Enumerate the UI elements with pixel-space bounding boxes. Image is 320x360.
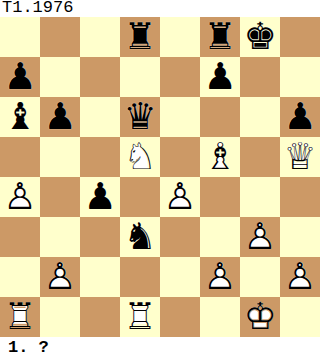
- square-a2[interactable]: [0, 257, 40, 297]
- piece-glyph: ♞: [120, 217, 160, 257]
- piece-black-rook[interactable]: ♜: [200, 17, 240, 57]
- square-e5[interactable]: [160, 137, 200, 177]
- square-a6[interactable]: ♝: [0, 97, 40, 137]
- square-f2[interactable]: ♟♙: [200, 257, 240, 297]
- square-f7[interactable]: ♟: [200, 57, 240, 97]
- piece-glyph: ♟: [0, 57, 40, 97]
- square-e6[interactable]: [160, 97, 200, 137]
- piece-outline: ♘: [120, 137, 160, 177]
- square-e7[interactable]: [160, 57, 200, 97]
- piece-black-pawn[interactable]: ♟: [0, 57, 40, 97]
- piece-black-pawn[interactable]: ♟: [80, 177, 120, 217]
- square-c4[interactable]: ♟: [80, 177, 120, 217]
- piece-black-queen[interactable]: ♛: [120, 97, 160, 137]
- piece-black-pawn[interactable]: ♟: [200, 57, 240, 97]
- square-h2[interactable]: ♟♙: [280, 257, 320, 297]
- square-b5[interactable]: [40, 137, 80, 177]
- square-a7[interactable]: ♟: [0, 57, 40, 97]
- piece-black-king[interactable]: ♚: [240, 17, 280, 57]
- piece-black-pawn[interactable]: ♟: [40, 97, 80, 137]
- square-g1[interactable]: ♚♔: [240, 297, 280, 337]
- square-g5[interactable]: [240, 137, 280, 177]
- square-d1[interactable]: ♜♖: [120, 297, 160, 337]
- square-h3[interactable]: [280, 217, 320, 257]
- square-c8[interactable]: [80, 17, 120, 57]
- square-h6[interactable]: ♟: [280, 97, 320, 137]
- square-c1[interactable]: [80, 297, 120, 337]
- square-h1[interactable]: [280, 297, 320, 337]
- piece-glyph: ♛: [120, 97, 160, 137]
- square-d8[interactable]: ♜: [120, 17, 160, 57]
- piece-glyph: ♟: [280, 97, 320, 137]
- piece-glyph: ♜: [200, 17, 240, 57]
- square-g3[interactable]: ♟♙: [240, 217, 280, 257]
- square-h4[interactable]: [280, 177, 320, 217]
- square-c5[interactable]: [80, 137, 120, 177]
- square-f1[interactable]: [200, 297, 240, 337]
- piece-outline: ♙: [0, 177, 40, 217]
- square-g7[interactable]: [240, 57, 280, 97]
- piece-outline: ♙: [240, 217, 280, 257]
- square-b2[interactable]: ♟♙: [40, 257, 80, 297]
- square-g6[interactable]: [240, 97, 280, 137]
- square-g8[interactable]: ♚: [240, 17, 280, 57]
- square-e4[interactable]: ♟♙: [160, 177, 200, 217]
- square-b1[interactable]: [40, 297, 80, 337]
- move-prompt: 1. ?: [0, 337, 320, 360]
- piece-glyph: ♜: [120, 17, 160, 57]
- piece-outline: ♙: [160, 177, 200, 217]
- piece-black-pawn[interactable]: ♟: [280, 97, 320, 137]
- piece-glyph: ♚: [240, 17, 280, 57]
- piece-black-bishop[interactable]: ♝: [0, 97, 40, 137]
- square-a4[interactable]: ♟♙: [0, 177, 40, 217]
- piece-glyph: ♝: [0, 97, 40, 137]
- piece-black-rook[interactable]: ♜: [120, 17, 160, 57]
- square-e8[interactable]: [160, 17, 200, 57]
- square-b4[interactable]: [40, 177, 80, 217]
- piece-white-pawn[interactable]: ♟♙: [40, 257, 80, 297]
- piece-outline: ♗: [200, 137, 240, 177]
- square-f5[interactable]: ♝♗: [200, 137, 240, 177]
- square-f3[interactable]: [200, 217, 240, 257]
- square-c2[interactable]: [80, 257, 120, 297]
- square-b6[interactable]: ♟: [40, 97, 80, 137]
- square-h5[interactable]: ♛♕: [280, 137, 320, 177]
- piece-white-queen[interactable]: ♛♕: [280, 137, 320, 177]
- square-a8[interactable]: [0, 17, 40, 57]
- square-d7[interactable]: [120, 57, 160, 97]
- piece-black-knight[interactable]: ♞: [120, 217, 160, 257]
- square-e2[interactable]: [160, 257, 200, 297]
- piece-glyph: ♟: [40, 97, 80, 137]
- square-b8[interactable]: [40, 17, 80, 57]
- piece-outline: ♙: [40, 257, 80, 297]
- square-c7[interactable]: [80, 57, 120, 97]
- square-a3[interactable]: [0, 217, 40, 257]
- piece-outline: ♖: [120, 297, 160, 337]
- square-b7[interactable]: [40, 57, 80, 97]
- piece-white-rook[interactable]: ♜♖: [0, 297, 40, 337]
- piece-white-pawn[interactable]: ♟♙: [0, 177, 40, 217]
- piece-glyph: ♟: [80, 177, 120, 217]
- square-e1[interactable]: [160, 297, 200, 337]
- square-d3[interactable]: ♞: [120, 217, 160, 257]
- piece-outline: ♙: [280, 257, 320, 297]
- square-c3[interactable]: [80, 217, 120, 257]
- piece-white-bishop[interactable]: ♝♗: [200, 137, 240, 177]
- square-f4[interactable]: [200, 177, 240, 217]
- square-e3[interactable]: [160, 217, 200, 257]
- piece-outline: ♙: [200, 257, 240, 297]
- piece-outline: ♖: [0, 297, 40, 337]
- square-f6[interactable]: [200, 97, 240, 137]
- square-d5[interactable]: ♞♘: [120, 137, 160, 177]
- square-h7[interactable]: [280, 57, 320, 97]
- piece-glyph: ♟: [200, 57, 240, 97]
- square-a5[interactable]: [0, 137, 40, 177]
- piece-white-king[interactable]: ♚♔: [240, 297, 280, 337]
- piece-white-knight[interactable]: ♞♘: [120, 137, 160, 177]
- square-a1[interactable]: ♜♖: [0, 297, 40, 337]
- square-h8[interactable]: [280, 17, 320, 57]
- square-d6[interactable]: ♛: [120, 97, 160, 137]
- square-c6[interactable]: [80, 97, 120, 137]
- piece-white-pawn[interactable]: ♟♙: [280, 257, 320, 297]
- piece-white-rook[interactable]: ♜♖: [120, 297, 160, 337]
- square-f8[interactable]: ♜: [200, 17, 240, 57]
- piece-white-pawn[interactable]: ♟♙: [200, 257, 240, 297]
- piece-white-pawn[interactable]: ♟♙: [240, 217, 280, 257]
- square-d2[interactable]: [120, 257, 160, 297]
- chess-board: ♜♜♚♟♟♝♟♛♟♞♘♝♗♛♕♟♙♟♟♙♞♟♙♟♙♟♙♟♙♜♖♜♖♚♔: [0, 17, 320, 337]
- piece-white-pawn[interactable]: ♟♙: [160, 177, 200, 217]
- square-d4[interactable]: [120, 177, 160, 217]
- square-b3[interactable]: [40, 217, 80, 257]
- piece-outline: ♕: [280, 137, 320, 177]
- square-g2[interactable]: [240, 257, 280, 297]
- piece-outline: ♔: [240, 297, 280, 337]
- square-g4[interactable]: [240, 177, 280, 217]
